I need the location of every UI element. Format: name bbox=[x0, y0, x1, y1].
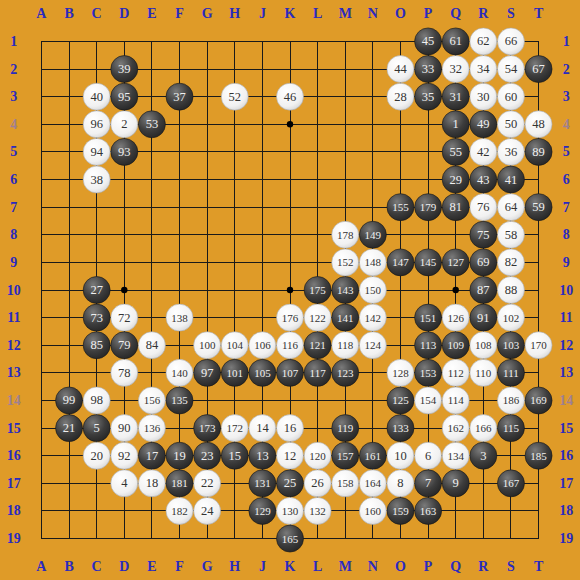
move-number: 73 bbox=[90, 311, 103, 325]
move-number: 166 bbox=[475, 422, 492, 434]
move-number: 84 bbox=[146, 338, 159, 352]
move-number: 100 bbox=[199, 339, 216, 351]
row-label-15-left: 15 bbox=[7, 421, 21, 436]
col-label-B-bottom: B bbox=[64, 559, 73, 574]
stone-black-91: 91 bbox=[470, 304, 497, 331]
move-number: 5 bbox=[94, 421, 100, 435]
stone-white-134: 134 bbox=[442, 442, 469, 469]
stone-white-154: 154 bbox=[415, 387, 442, 414]
stone-black-59: 59 bbox=[525, 194, 552, 221]
col-label-N-top: N bbox=[368, 6, 378, 21]
stone-white-40: 40 bbox=[83, 83, 110, 110]
row-label-17-right: 17 bbox=[559, 476, 573, 491]
move-number: 69 bbox=[477, 255, 490, 269]
col-label-N-bottom: N bbox=[368, 559, 378, 574]
move-number: 41 bbox=[505, 173, 518, 187]
stone-black-145: 145 bbox=[415, 249, 442, 276]
stone-white-126: 126 bbox=[442, 304, 469, 331]
stone-black-19: 19 bbox=[166, 442, 193, 469]
move-number: 59 bbox=[532, 200, 545, 214]
move-number: 13 bbox=[256, 449, 269, 463]
move-number: 18 bbox=[146, 476, 159, 490]
stone-black-17: 17 bbox=[138, 442, 165, 469]
stone-black-99: 99 bbox=[56, 387, 83, 414]
col-label-F-top: F bbox=[175, 6, 184, 21]
row-label-14-left: 14 bbox=[7, 393, 21, 408]
row-label-11-left: 11 bbox=[7, 310, 20, 325]
move-number: 122 bbox=[309, 312, 326, 324]
move-number: 114 bbox=[448, 394, 465, 406]
row-label-9-right: 9 bbox=[563, 255, 570, 270]
stone-white-132: 132 bbox=[304, 497, 331, 524]
move-number: 40 bbox=[90, 90, 103, 104]
stone-white-8: 8 bbox=[387, 470, 414, 497]
stone-white-34: 34 bbox=[470, 56, 497, 83]
row-label-6-left: 6 bbox=[10, 172, 17, 187]
col-label-O-top: O bbox=[395, 6, 406, 21]
row-label-11-right: 11 bbox=[560, 310, 573, 325]
move-number: 3 bbox=[480, 449, 486, 463]
stone-white-104: 104 bbox=[221, 332, 248, 359]
stone-black-37: 37 bbox=[166, 83, 193, 110]
stone-white-120: 120 bbox=[304, 442, 331, 469]
stone-black-161: 161 bbox=[359, 442, 386, 469]
row-label-16-left: 16 bbox=[7, 448, 21, 463]
stone-black-135: 135 bbox=[166, 387, 193, 414]
stone-black-13: 13 bbox=[249, 442, 276, 469]
row-label-9-left: 9 bbox=[10, 255, 17, 270]
stone-white-62: 62 bbox=[470, 28, 497, 55]
move-number: 82 bbox=[505, 255, 518, 269]
move-number: 134 bbox=[447, 450, 464, 462]
stone-white-176: 176 bbox=[277, 304, 304, 331]
stone-black-21: 21 bbox=[56, 415, 83, 442]
move-number: 62 bbox=[477, 34, 490, 48]
stone-black-23: 23 bbox=[194, 442, 221, 469]
move-number: 52 bbox=[229, 90, 242, 104]
stone-black-75: 75 bbox=[470, 221, 497, 248]
move-number: 127 bbox=[447, 256, 464, 268]
col-label-M-top: M bbox=[339, 6, 352, 21]
col-label-A-bottom: A bbox=[36, 559, 47, 574]
move-number: 97 bbox=[201, 366, 214, 380]
stone-black-117: 117 bbox=[304, 359, 331, 386]
move-number: 140 bbox=[171, 367, 188, 379]
row-label-12-right: 12 bbox=[559, 338, 573, 353]
move-number: 104 bbox=[227, 339, 244, 351]
stone-white-48: 48 bbox=[525, 111, 552, 138]
stone-black-103: 103 bbox=[497, 332, 524, 359]
move-number: 34 bbox=[477, 62, 490, 76]
stone-white-2: 2 bbox=[111, 111, 138, 138]
move-number: 36 bbox=[505, 145, 518, 159]
move-number: 91 bbox=[477, 311, 490, 325]
stone-white-162: 162 bbox=[442, 415, 469, 442]
move-number: 111 bbox=[503, 367, 519, 379]
stone-black-97: 97 bbox=[194, 359, 221, 386]
stone-white-72: 72 bbox=[111, 304, 138, 331]
col-label-F-bottom: F bbox=[175, 559, 184, 574]
row-label-12-left: 12 bbox=[7, 338, 21, 353]
stone-white-156: 156 bbox=[138, 387, 165, 414]
row-label-17-left: 17 bbox=[7, 476, 21, 491]
move-number: 66 bbox=[505, 34, 518, 48]
stone-black-85: 85 bbox=[83, 332, 110, 359]
move-number: 27 bbox=[90, 283, 103, 297]
row-label-2-right: 2 bbox=[563, 62, 570, 77]
move-number: 85 bbox=[90, 338, 103, 352]
col-label-S-bottom: S bbox=[507, 559, 515, 574]
move-number: 175 bbox=[309, 284, 326, 296]
stone-white-20: 20 bbox=[83, 442, 110, 469]
move-number: 126 bbox=[447, 312, 464, 324]
stone-white-136: 136 bbox=[138, 415, 165, 442]
move-number: 92 bbox=[118, 449, 131, 463]
stone-white-22: 22 bbox=[194, 470, 221, 497]
stone-white-50: 50 bbox=[497, 111, 524, 138]
stone-white-52: 52 bbox=[221, 83, 248, 110]
stone-black-101: 101 bbox=[221, 359, 248, 386]
move-number: 179 bbox=[420, 201, 437, 213]
row-label-4-left: 4 bbox=[10, 117, 17, 132]
move-number: 55 bbox=[449, 145, 462, 159]
move-number: 143 bbox=[337, 284, 354, 296]
stone-white-32: 32 bbox=[442, 56, 469, 83]
move-number: 167 bbox=[503, 477, 520, 489]
move-number: 96 bbox=[90, 117, 103, 131]
col-label-S-top: S bbox=[507, 6, 515, 21]
move-number: 101 bbox=[227, 367, 244, 379]
move-number: 165 bbox=[282, 533, 299, 545]
move-number: 109 bbox=[447, 339, 464, 351]
move-number: 136 bbox=[144, 422, 161, 434]
stone-white-18: 18 bbox=[138, 470, 165, 497]
move-number: 176 bbox=[282, 312, 299, 324]
stone-white-38: 38 bbox=[83, 166, 110, 193]
move-number: 54 bbox=[505, 62, 518, 76]
row-label-7-right: 7 bbox=[563, 200, 570, 215]
move-number: 7 bbox=[425, 476, 431, 490]
col-label-T-bottom: T bbox=[534, 559, 544, 574]
stone-white-16: 16 bbox=[277, 415, 304, 442]
move-number: 15 bbox=[229, 449, 242, 463]
move-number: 4 bbox=[121, 476, 128, 490]
move-number: 102 bbox=[503, 312, 520, 324]
move-number: 173 bbox=[199, 422, 216, 434]
stone-black-7: 7 bbox=[415, 470, 442, 497]
col-label-K-bottom: K bbox=[285, 559, 296, 574]
stone-black-115: 115 bbox=[497, 415, 524, 442]
move-number: 93 bbox=[118, 145, 131, 159]
col-label-P-top: P bbox=[424, 6, 433, 21]
stone-black-87: 87 bbox=[470, 277, 497, 304]
move-number: 29 bbox=[449, 173, 462, 187]
row-label-18-right: 18 bbox=[559, 503, 573, 518]
move-number: 113 bbox=[420, 339, 437, 351]
stone-black-129: 129 bbox=[249, 497, 276, 524]
stone-black-105: 105 bbox=[249, 359, 276, 386]
move-number: 98 bbox=[90, 393, 103, 407]
stone-white-26: 26 bbox=[304, 470, 331, 497]
stone-white-116: 116 bbox=[277, 332, 304, 359]
row-label-1-right: 1 bbox=[563, 34, 570, 49]
col-label-J-top: J bbox=[259, 6, 266, 21]
stone-white-82: 82 bbox=[497, 249, 524, 276]
row-label-3-right: 3 bbox=[563, 89, 570, 104]
stone-black-43: 43 bbox=[470, 166, 497, 193]
stone-white-76: 76 bbox=[470, 194, 497, 221]
col-label-O-bottom: O bbox=[395, 559, 406, 574]
move-number: 141 bbox=[337, 312, 354, 324]
move-number: 1 bbox=[453, 117, 459, 131]
move-number: 124 bbox=[365, 339, 382, 351]
move-number: 99 bbox=[63, 393, 76, 407]
stone-black-151: 151 bbox=[415, 304, 442, 331]
move-number: 120 bbox=[309, 450, 326, 462]
stone-white-114: 114 bbox=[442, 387, 469, 414]
move-number: 16 bbox=[284, 421, 297, 435]
row-label-13-left: 13 bbox=[7, 365, 21, 380]
row-label-8-right: 8 bbox=[563, 227, 570, 242]
stone-white-148: 148 bbox=[359, 249, 386, 276]
stone-black-29: 29 bbox=[442, 166, 469, 193]
stone-black-81: 81 bbox=[442, 194, 469, 221]
stone-black-33: 33 bbox=[415, 56, 442, 83]
move-number: 39 bbox=[118, 62, 131, 76]
move-number: 95 bbox=[118, 90, 131, 104]
move-number: 123 bbox=[337, 367, 354, 379]
col-label-T-top: T bbox=[534, 6, 544, 21]
row-label-7-left: 7 bbox=[10, 200, 17, 215]
stone-black-53: 53 bbox=[138, 111, 165, 138]
star-point-D10 bbox=[121, 287, 127, 293]
move-number: 163 bbox=[420, 505, 437, 517]
move-number: 105 bbox=[254, 367, 271, 379]
move-number: 88 bbox=[505, 283, 518, 297]
move-number: 159 bbox=[392, 505, 409, 517]
stone-white-186: 186 bbox=[497, 387, 524, 414]
star-point-K10 bbox=[287, 287, 293, 293]
move-number: 50 bbox=[505, 117, 518, 131]
stone-black-175: 175 bbox=[304, 277, 331, 304]
stone-white-112: 112 bbox=[442, 359, 469, 386]
move-number: 142 bbox=[365, 312, 382, 324]
stone-white-140: 140 bbox=[166, 359, 193, 386]
stone-black-149: 149 bbox=[359, 221, 386, 248]
move-number: 133 bbox=[392, 422, 409, 434]
stone-black-179: 179 bbox=[415, 194, 442, 221]
move-number: 45 bbox=[422, 34, 435, 48]
stone-white-24: 24 bbox=[194, 497, 221, 524]
stone-black-95: 95 bbox=[111, 83, 138, 110]
stone-black-185: 185 bbox=[525, 442, 552, 469]
stone-white-92: 92 bbox=[111, 442, 138, 469]
move-number: 129 bbox=[254, 505, 271, 517]
col-label-R-bottom: R bbox=[478, 559, 489, 574]
move-number: 154 bbox=[420, 394, 437, 406]
move-number: 43 bbox=[477, 173, 490, 187]
move-number: 160 bbox=[365, 505, 382, 517]
move-number: 75 bbox=[477, 228, 490, 242]
stone-black-61: 61 bbox=[442, 28, 469, 55]
move-number: 186 bbox=[503, 394, 520, 406]
stone-white-14: 14 bbox=[249, 415, 276, 442]
stone-black-49: 49 bbox=[470, 111, 497, 138]
move-number: 155 bbox=[392, 201, 409, 213]
move-number: 20 bbox=[90, 449, 103, 463]
move-number: 153 bbox=[420, 367, 437, 379]
stone-white-160: 160 bbox=[359, 497, 386, 524]
stone-black-5: 5 bbox=[83, 415, 110, 442]
col-label-A-top: A bbox=[36, 6, 47, 21]
move-number: 31 bbox=[449, 90, 462, 104]
stone-white-88: 88 bbox=[497, 277, 524, 304]
move-number: 44 bbox=[394, 62, 407, 76]
move-number: 76 bbox=[477, 200, 490, 214]
stone-black-69: 69 bbox=[470, 249, 497, 276]
stone-black-153: 153 bbox=[415, 359, 442, 386]
stone-black-119: 119 bbox=[332, 415, 359, 442]
col-label-C-top: C bbox=[92, 6, 102, 21]
move-number: 61 bbox=[449, 34, 462, 48]
stone-white-84: 84 bbox=[138, 332, 165, 359]
stone-white-164: 164 bbox=[359, 470, 386, 497]
move-number: 169 bbox=[530, 394, 547, 406]
go-board[interactable]: AABBCCDDEEFFGGHHJJKKLLMMNNOOPPQQRRSSTT11… bbox=[0, 0, 580, 580]
stone-white-152: 152 bbox=[332, 249, 359, 276]
move-number: 67 bbox=[532, 62, 545, 76]
col-label-Q-top: Q bbox=[450, 6, 461, 21]
move-number: 8 bbox=[397, 476, 403, 490]
row-label-5-right: 5 bbox=[563, 144, 570, 159]
stone-black-1: 1 bbox=[442, 111, 469, 138]
row-label-8-left: 8 bbox=[10, 227, 17, 242]
move-number: 128 bbox=[392, 367, 409, 379]
row-label-13-right: 13 bbox=[559, 365, 573, 380]
stone-white-6: 6 bbox=[415, 442, 442, 469]
stone-white-94: 94 bbox=[83, 138, 110, 165]
move-number: 119 bbox=[337, 422, 354, 434]
stone-black-73: 73 bbox=[83, 304, 110, 331]
stone-white-46: 46 bbox=[277, 83, 304, 110]
stone-white-100: 100 bbox=[194, 332, 221, 359]
move-number: 148 bbox=[365, 256, 382, 268]
stone-black-93: 93 bbox=[111, 138, 138, 165]
stone-white-96: 96 bbox=[83, 111, 110, 138]
move-number: 35 bbox=[422, 90, 435, 104]
move-number: 115 bbox=[503, 422, 520, 434]
stone-black-55: 55 bbox=[442, 138, 469, 165]
move-number: 58 bbox=[505, 228, 518, 242]
col-label-E-top: E bbox=[147, 6, 156, 21]
move-number: 79 bbox=[118, 338, 131, 352]
col-label-B-top: B bbox=[64, 6, 73, 21]
move-number: 182 bbox=[171, 505, 188, 517]
row-label-10-left: 10 bbox=[7, 283, 21, 298]
stone-white-178: 178 bbox=[332, 221, 359, 248]
stone-black-121: 121 bbox=[304, 332, 331, 359]
row-label-19-left: 19 bbox=[7, 531, 21, 546]
stone-white-4: 4 bbox=[111, 470, 138, 497]
move-number: 107 bbox=[282, 367, 299, 379]
stone-black-123: 123 bbox=[332, 359, 359, 386]
row-label-14-right: 14 bbox=[559, 393, 573, 408]
move-number: 23 bbox=[201, 449, 214, 463]
move-number: 12 bbox=[284, 449, 297, 463]
col-label-R-top: R bbox=[478, 6, 489, 21]
row-label-4-right: 4 bbox=[563, 117, 570, 132]
move-number: 64 bbox=[505, 200, 518, 214]
star-point-K4 bbox=[287, 121, 293, 127]
stone-black-25: 25 bbox=[277, 470, 304, 497]
move-number: 19 bbox=[173, 449, 186, 463]
move-number: 32 bbox=[449, 62, 462, 76]
row-label-2-left: 2 bbox=[10, 62, 17, 77]
move-number: 90 bbox=[118, 421, 131, 435]
go-kifu-diagram: AABBCCDDEEFFGGHHJJKKLLMMNNOOPPQQRRSSTT11… bbox=[0, 0, 580, 580]
stone-black-107: 107 bbox=[277, 359, 304, 386]
col-label-L-bottom: L bbox=[313, 559, 322, 574]
stone-white-36: 36 bbox=[497, 138, 524, 165]
move-number: 24 bbox=[201, 504, 214, 518]
col-label-K-top: K bbox=[285, 6, 296, 21]
row-label-1-left: 1 bbox=[10, 34, 17, 49]
move-number: 149 bbox=[365, 229, 382, 241]
move-number: 132 bbox=[309, 505, 326, 517]
move-number: 33 bbox=[422, 62, 435, 76]
move-number: 147 bbox=[392, 256, 409, 268]
stone-black-167: 167 bbox=[497, 470, 524, 497]
col-label-H-top: H bbox=[229, 6, 240, 21]
move-number: 60 bbox=[505, 90, 518, 104]
move-number: 157 bbox=[337, 450, 354, 462]
stone-black-89: 89 bbox=[525, 138, 552, 165]
move-number: 106 bbox=[254, 339, 271, 351]
stone-black-127: 127 bbox=[442, 249, 469, 276]
stone-black-67: 67 bbox=[525, 56, 552, 83]
stone-white-182: 182 bbox=[166, 497, 193, 524]
row-label-18-left: 18 bbox=[7, 503, 21, 518]
move-number: 185 bbox=[530, 450, 547, 462]
stone-black-125: 125 bbox=[387, 387, 414, 414]
move-number: 21 bbox=[63, 421, 76, 435]
move-number: 89 bbox=[532, 145, 545, 159]
move-number: 170 bbox=[530, 339, 547, 351]
move-number: 156 bbox=[144, 394, 161, 406]
stone-white-170: 170 bbox=[525, 332, 552, 359]
move-number: 181 bbox=[171, 477, 188, 489]
move-number: 110 bbox=[475, 367, 492, 379]
stone-white-66: 66 bbox=[497, 28, 524, 55]
stone-black-143: 143 bbox=[332, 277, 359, 304]
move-number: 117 bbox=[310, 367, 327, 379]
col-label-E-bottom: E bbox=[147, 559, 156, 574]
col-label-M-bottom: M bbox=[339, 559, 352, 574]
col-label-D-top: D bbox=[119, 6, 129, 21]
move-number: 72 bbox=[118, 311, 131, 325]
stone-white-118: 118 bbox=[332, 332, 359, 359]
stone-white-12: 12 bbox=[277, 442, 304, 469]
move-number: 152 bbox=[337, 256, 354, 268]
col-label-D-bottom: D bbox=[119, 559, 129, 574]
col-label-C-bottom: C bbox=[92, 559, 102, 574]
stone-white-110: 110 bbox=[470, 359, 497, 386]
stone-black-131: 131 bbox=[249, 470, 276, 497]
move-number: 78 bbox=[118, 366, 131, 380]
move-number: 116 bbox=[282, 339, 299, 351]
stone-white-28: 28 bbox=[387, 83, 414, 110]
stone-white-108: 108 bbox=[470, 332, 497, 359]
